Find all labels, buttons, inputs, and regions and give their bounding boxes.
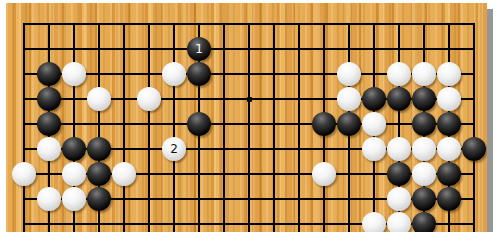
- white-stone[interactable]: [437, 62, 461, 86]
- black-stone[interactable]: [37, 87, 61, 111]
- black-stone[interactable]: [87, 162, 111, 186]
- white-stone[interactable]: [437, 87, 461, 111]
- black-stone[interactable]: [312, 112, 336, 136]
- white-stone[interactable]: [387, 137, 411, 161]
- star-point: [247, 97, 252, 102]
- grid-line-vertical: [173, 23, 175, 232]
- black-stone[interactable]: [187, 62, 211, 86]
- go-board[interactable]: 12: [6, 3, 487, 232]
- black-stone[interactable]: [362, 87, 386, 111]
- black-stone-move-1[interactable]: 1: [187, 37, 211, 61]
- white-stone[interactable]: [412, 62, 436, 86]
- grid-line-horizontal: [23, 123, 475, 125]
- white-stone[interactable]: [12, 162, 36, 186]
- grid-line-vertical: [248, 23, 250, 232]
- white-stone[interactable]: [162, 62, 186, 86]
- black-stone[interactable]: [437, 162, 461, 186]
- black-stone[interactable]: [387, 87, 411, 111]
- grid-line-vertical: [23, 23, 25, 232]
- white-stone[interactable]: [112, 162, 136, 186]
- white-stone[interactable]: [387, 62, 411, 86]
- white-stone[interactable]: [62, 187, 86, 211]
- white-stone[interactable]: [412, 137, 436, 161]
- white-stone[interactable]: [312, 162, 336, 186]
- white-stone[interactable]: [387, 187, 411, 211]
- black-stone[interactable]: [437, 112, 461, 136]
- grid-line-vertical: [298, 23, 300, 232]
- black-stone[interactable]: [187, 112, 211, 136]
- go-screenshot: { "game": "go", "view": { "description":…: [0, 0, 500, 232]
- black-stone[interactable]: [437, 187, 461, 211]
- black-stone[interactable]: [87, 187, 111, 211]
- grid-line-vertical: [473, 23, 475, 232]
- white-stone[interactable]: [337, 62, 361, 86]
- grid-line-vertical: [148, 23, 150, 232]
- black-stone[interactable]: [412, 112, 436, 136]
- white-stone-move-2[interactable]: 2: [162, 137, 186, 161]
- white-stone[interactable]: [387, 212, 411, 232]
- black-stone[interactable]: [337, 112, 361, 136]
- black-stone[interactable]: [412, 87, 436, 111]
- white-stone[interactable]: [62, 162, 86, 186]
- black-stone[interactable]: [412, 187, 436, 211]
- white-stone[interactable]: [87, 87, 111, 111]
- black-stone[interactable]: [37, 112, 61, 136]
- black-stone[interactable]: [412, 212, 436, 232]
- grid-line-vertical: [223, 23, 225, 232]
- black-stone[interactable]: [62, 137, 86, 161]
- white-stone[interactable]: [362, 212, 386, 232]
- grid-line-vertical: [273, 23, 275, 232]
- white-stone[interactable]: [362, 112, 386, 136]
- white-stone[interactable]: [437, 137, 461, 161]
- black-stone[interactable]: [37, 62, 61, 86]
- white-stone[interactable]: [37, 137, 61, 161]
- grid-line-horizontal: [23, 48, 475, 50]
- black-stone[interactable]: [87, 137, 111, 161]
- grid-line-horizontal: [23, 23, 475, 25]
- white-stone[interactable]: [62, 62, 86, 86]
- white-stone[interactable]: [337, 87, 361, 111]
- grid-line-vertical: [123, 23, 125, 232]
- black-stone[interactable]: [387, 162, 411, 186]
- white-stone[interactable]: [37, 187, 61, 211]
- black-stone[interactable]: [462, 137, 486, 161]
- white-stone[interactable]: [137, 87, 161, 111]
- white-stone[interactable]: [412, 162, 436, 186]
- white-stone[interactable]: [362, 137, 386, 161]
